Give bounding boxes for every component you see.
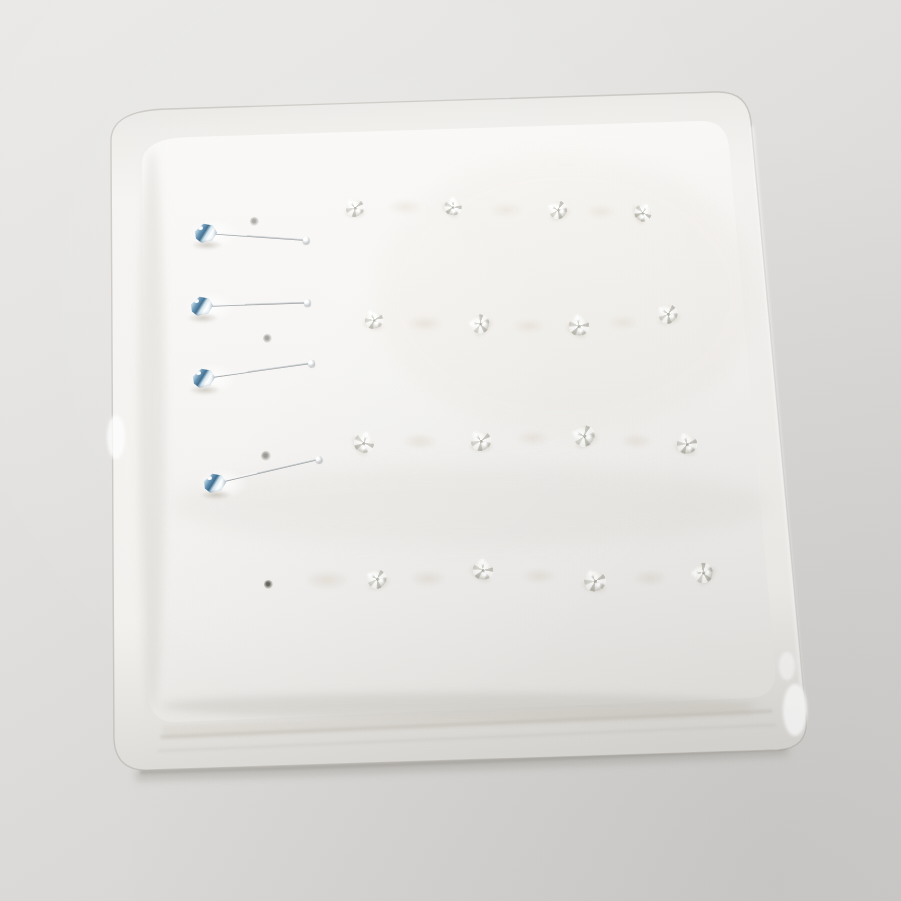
foam-smudge <box>489 203 523 217</box>
pin-hole <box>264 580 273 589</box>
crystal-stud <box>439 193 467 221</box>
foam-smudge <box>516 431 550 445</box>
crystal-stud <box>363 565 391 593</box>
stud-pin-ball-tip <box>315 455 323 463</box>
crystal-stud <box>469 429 492 452</box>
crystal-glint <box>474 433 478 437</box>
crystal-stud <box>672 429 702 459</box>
crystal-glint <box>348 200 352 204</box>
foam-smudge <box>410 571 446 586</box>
stud-pin-ball-tip <box>304 299 311 306</box>
crystal-stud <box>464 308 495 339</box>
foam-smudge <box>305 571 349 589</box>
crystal-stud <box>567 419 600 452</box>
pin-hole <box>250 217 259 226</box>
crystal-glint <box>483 442 486 445</box>
pin-hole <box>263 334 272 343</box>
studs-layer <box>0 0 901 901</box>
foam-smudge <box>388 200 422 214</box>
foam-smudge <box>512 319 546 333</box>
stud-pin-ball-tip <box>307 359 315 367</box>
crystal-stud <box>348 427 380 459</box>
foam-smudge <box>633 571 667 585</box>
crystal-glint <box>357 209 360 212</box>
crystal-stud <box>687 557 720 590</box>
crystal-facets <box>569 421 599 451</box>
foam-smudge <box>608 316 638 329</box>
foam-smudge <box>522 569 556 583</box>
crystal-stud <box>630 200 656 226</box>
pin-hole <box>261 451 271 461</box>
crystal-stud <box>563 310 595 342</box>
foam-smudge <box>407 316 443 331</box>
crystal-stud <box>345 198 366 219</box>
crystal-stud <box>361 307 387 333</box>
crystal-stud <box>467 554 499 586</box>
foam-smudge <box>586 205 616 218</box>
foam-smudge <box>620 434 652 448</box>
crystal-stud <box>544 196 572 224</box>
photo-stage <box>0 0 901 901</box>
foam-smudge <box>402 434 438 449</box>
crystal-stud <box>581 567 609 595</box>
crystal-stud <box>655 301 682 328</box>
stud-pin-ball-tip <box>303 236 310 243</box>
